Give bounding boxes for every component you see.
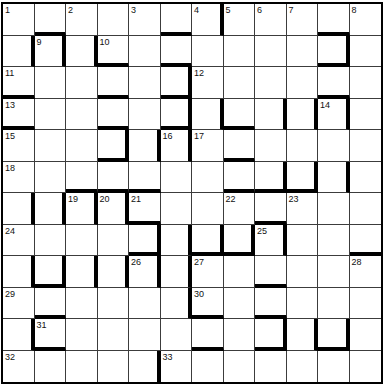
- cell-r0c3[interactable]: [98, 4, 130, 36]
- cell-r3c7[interactable]: [224, 99, 256, 131]
- cell-r7c2[interactable]: [66, 225, 98, 257]
- cell-r11c0[interactable]: 32: [3, 351, 35, 383]
- cell-r7c5[interactable]: [161, 225, 193, 257]
- cell-r10c9[interactable]: [287, 319, 319, 351]
- cell-r2c5[interactable]: [161, 67, 193, 99]
- cell-r2c7[interactable]: [224, 67, 256, 99]
- cell-r11c10[interactable]: [318, 351, 350, 383]
- cell-r9c0[interactable]: 29: [3, 288, 35, 320]
- cell-r5c11[interactable]: [350, 162, 382, 194]
- cell-r8c4[interactable]: 26: [129, 256, 161, 288]
- cell-r1c8[interactable]: [255, 36, 287, 68]
- cell-r3c4[interactable]: [129, 99, 161, 131]
- cell-r10c3[interactable]: [98, 319, 130, 351]
- cell-r5c7[interactable]: [224, 162, 256, 194]
- clue-number-3: 3: [131, 5, 136, 15]
- cell-r4c2[interactable]: [66, 130, 98, 162]
- cell-r4c9[interactable]: [287, 130, 319, 162]
- cell-r5c6[interactable]: [192, 162, 224, 194]
- cell-r4c10[interactable]: [318, 130, 350, 162]
- cell-r1c10[interactable]: [318, 36, 350, 68]
- cell-r8c2[interactable]: [66, 256, 98, 288]
- clue-number-12: 12: [194, 68, 204, 78]
- cell-r6c9[interactable]: 23: [287, 193, 319, 225]
- cell-r9c11[interactable]: [350, 288, 382, 320]
- cell-r0c8[interactable]: 6: [255, 4, 287, 36]
- cell-r8c9[interactable]: [287, 256, 319, 288]
- cell-r7c4[interactable]: [129, 225, 161, 257]
- cell-r6c2[interactable]: 19: [66, 193, 98, 225]
- clue-number-21: 21: [131, 194, 141, 204]
- clue-number-6: 6: [257, 5, 262, 15]
- cell-r7c1[interactable]: [35, 225, 67, 257]
- cell-r7c9[interactable]: [287, 225, 319, 257]
- cell-r9c2[interactable]: [66, 288, 98, 320]
- cell-r3c9[interactable]: [287, 99, 319, 131]
- cell-r4c1[interactable]: [35, 130, 67, 162]
- clue-number-11: 11: [5, 68, 14, 78]
- cell-r7c10[interactable]: [318, 225, 350, 257]
- cell-r11c3[interactable]: [98, 351, 130, 383]
- cell-r1c4[interactable]: [129, 36, 161, 68]
- cell-r6c8[interactable]: [255, 193, 287, 225]
- cell-r7c7[interactable]: [224, 225, 256, 257]
- cell-r10c7[interactable]: [224, 319, 256, 351]
- cell-r8c5[interactable]: [161, 256, 193, 288]
- cell-r4c6[interactable]: 17: [192, 130, 224, 162]
- clue-number-10: 10: [100, 37, 110, 47]
- cell-r9c4[interactable]: [129, 288, 161, 320]
- clue-number-20: 20: [100, 194, 110, 204]
- cell-r3c0[interactable]: 13: [3, 99, 35, 131]
- cell-r4c3[interactable]: [98, 130, 130, 162]
- cell-r3c5[interactable]: [161, 99, 193, 131]
- crossword-grid: 1234567891011121314151617181920212223242…: [1, 2, 383, 384]
- cell-r1c1[interactable]: 9: [35, 36, 67, 68]
- cell-r8c11[interactable]: 28: [350, 256, 382, 288]
- clue-number-1: 1: [5, 5, 10, 15]
- cell-r6c10[interactable]: [318, 193, 350, 225]
- cell-r10c0[interactable]: [3, 319, 35, 351]
- cell-r10c10[interactable]: [318, 319, 350, 351]
- cell-r9c8[interactable]: [255, 288, 287, 320]
- clue-number-9: 9: [37, 37, 42, 47]
- cell-r1c2[interactable]: [66, 36, 98, 68]
- clue-number-18: 18: [5, 163, 15, 173]
- cell-r1c0[interactable]: [3, 36, 35, 68]
- cell-r11c11[interactable]: [350, 351, 382, 383]
- cell-r0c6[interactable]: 4: [192, 4, 224, 36]
- cell-r7c0[interactable]: 24: [3, 225, 35, 257]
- clue-number-25: 25: [257, 226, 267, 236]
- cell-r8c6[interactable]: 27: [192, 256, 224, 288]
- cell-r6c0[interactable]: [3, 193, 35, 225]
- cell-r10c6[interactable]: [192, 319, 224, 351]
- cell-r10c2[interactable]: [66, 319, 98, 351]
- cell-r6c7[interactable]: 22: [224, 193, 256, 225]
- cell-r10c11[interactable]: [350, 319, 382, 351]
- cell-r6c3[interactable]: 20: [98, 193, 130, 225]
- cell-r9c10[interactable]: [318, 288, 350, 320]
- cell-r2c10[interactable]: [318, 67, 350, 99]
- cell-r2c6[interactable]: 12: [192, 67, 224, 99]
- cell-r3c1[interactable]: [35, 99, 67, 131]
- cell-r0c1[interactable]: [35, 4, 67, 36]
- cell-r0c4[interactable]: 3: [129, 4, 161, 36]
- cell-r1c7[interactable]: [224, 36, 256, 68]
- cell-r2c11[interactable]: [350, 67, 382, 99]
- cell-r8c8[interactable]: [255, 256, 287, 288]
- cell-r4c11[interactable]: [350, 130, 382, 162]
- cell-r10c5[interactable]: [161, 319, 193, 351]
- cell-r0c9[interactable]: 7: [287, 4, 319, 36]
- cell-r7c3[interactable]: [98, 225, 130, 257]
- cell-r5c9[interactable]: [287, 162, 319, 194]
- clue-number-33: 33: [163, 352, 173, 362]
- cell-r11c5[interactable]: 33: [161, 351, 193, 383]
- cell-r4c0[interactable]: 15: [3, 130, 35, 162]
- cell-r9c1[interactable]: [35, 288, 67, 320]
- clue-number-15: 15: [5, 131, 15, 141]
- cell-r4c5[interactable]: 16: [161, 130, 193, 162]
- cell-r8c7[interactable]: [224, 256, 256, 288]
- clue-number-7: 7: [289, 5, 294, 15]
- cell-r0c7[interactable]: 5: [224, 4, 256, 36]
- cell-r9c6[interactable]: 30: [192, 288, 224, 320]
- clue-number-30: 30: [194, 289, 204, 299]
- clue-number-2: 2: [68, 5, 73, 15]
- clue-number-31: 31: [37, 320, 47, 330]
- clue-number-24: 24: [5, 226, 15, 236]
- cell-r2c8[interactable]: [255, 67, 287, 99]
- cell-r9c7[interactable]: [224, 288, 256, 320]
- cell-r0c2[interactable]: 2: [66, 4, 98, 36]
- cell-r5c10[interactable]: [318, 162, 350, 194]
- cell-r5c5[interactable]: [161, 162, 193, 194]
- cell-r8c0[interactable]: [3, 256, 35, 288]
- cell-r7c11[interactable]: [350, 225, 382, 257]
- cell-r3c8[interactable]: [255, 99, 287, 131]
- cell-r2c4[interactable]: [129, 67, 161, 99]
- cell-r11c9[interactable]: [287, 351, 319, 383]
- clue-number-4: 4: [194, 5, 199, 15]
- cell-r5c3[interactable]: [98, 162, 130, 194]
- clue-number-26: 26: [131, 257, 141, 267]
- cell-r4c8[interactable]: [255, 130, 287, 162]
- cell-r3c6[interactable]: [192, 99, 224, 131]
- cell-r2c2[interactable]: [66, 67, 98, 99]
- cell-r11c2[interactable]: [66, 351, 98, 383]
- cell-r9c5[interactable]: [161, 288, 193, 320]
- cell-r8c3[interactable]: [98, 256, 130, 288]
- clue-number-22: 22: [226, 194, 236, 204]
- cell-r2c3[interactable]: [98, 67, 130, 99]
- cell-r1c9[interactable]: [287, 36, 319, 68]
- cell-r1c11[interactable]: [350, 36, 382, 68]
- cell-r10c1[interactable]: 31: [35, 319, 67, 351]
- cell-r7c8[interactable]: 25: [255, 225, 287, 257]
- clue-number-5: 5: [226, 5, 231, 15]
- clue-number-17: 17: [194, 131, 204, 141]
- cell-r11c7[interactable]: [224, 351, 256, 383]
- cell-r5c0[interactable]: 18: [3, 162, 35, 194]
- cell-r8c1[interactable]: [35, 256, 67, 288]
- cell-r9c3[interactable]: [98, 288, 130, 320]
- clue-number-14: 14: [320, 100, 330, 110]
- cell-r6c5[interactable]: [161, 193, 193, 225]
- cell-r0c0[interactable]: 1: [3, 4, 35, 36]
- clue-number-16: 16: [163, 131, 173, 141]
- cell-r6c6[interactable]: [192, 193, 224, 225]
- cell-r10c8[interactable]: [255, 319, 287, 351]
- cell-r3c3[interactable]: [98, 99, 130, 131]
- clue-number-27: 27: [194, 257, 204, 267]
- cell-r2c1[interactable]: [35, 67, 67, 99]
- clue-number-23: 23: [289, 194, 299, 204]
- clue-number-19: 19: [68, 194, 78, 204]
- cell-r5c4[interactable]: [129, 162, 161, 194]
- cell-r11c6[interactable]: [192, 351, 224, 383]
- cell-r3c2[interactable]: [66, 99, 98, 131]
- clue-number-32: 32: [5, 352, 15, 362]
- cell-r4c7[interactable]: [224, 130, 256, 162]
- cell-r5c1[interactable]: [35, 162, 67, 194]
- cell-r5c8[interactable]: [255, 162, 287, 194]
- cell-r0c5[interactable]: [161, 4, 193, 36]
- cell-r3c11[interactable]: [350, 99, 382, 131]
- cell-r2c9[interactable]: [287, 67, 319, 99]
- cell-r9c9[interactable]: [287, 288, 319, 320]
- clue-number-8: 8: [352, 5, 357, 15]
- clue-number-29: 29: [5, 289, 15, 299]
- cell-r2c0[interactable]: 11: [3, 67, 35, 99]
- cell-r3c10[interactable]: 14: [318, 99, 350, 131]
- cell-r1c5[interactable]: [161, 36, 193, 68]
- cell-r4c4[interactable]: [129, 130, 161, 162]
- cell-r7c6[interactable]: [192, 225, 224, 257]
- cell-r8c10[interactable]: [318, 256, 350, 288]
- cell-r6c1[interactable]: [35, 193, 67, 225]
- cell-r0c10[interactable]: [318, 4, 350, 36]
- cell-r6c11[interactable]: [350, 193, 382, 225]
- cell-r1c3[interactable]: 10: [98, 36, 130, 68]
- cell-r11c1[interactable]: [35, 351, 67, 383]
- cell-r10c4[interactable]: [129, 319, 161, 351]
- cell-r11c4[interactable]: [129, 351, 161, 383]
- clue-number-13: 13: [5, 100, 15, 110]
- cell-r0c11[interactable]: 8: [350, 4, 382, 36]
- cell-r1c6[interactable]: [192, 36, 224, 68]
- clue-number-28: 28: [352, 257, 362, 267]
- cell-r11c8[interactable]: [255, 351, 287, 383]
- cell-r5c2[interactable]: [66, 162, 98, 194]
- cell-r6c4[interactable]: 21: [129, 193, 161, 225]
- crossword-board: 1234567891011121314151617181920212223242…: [0, 0, 383, 384]
